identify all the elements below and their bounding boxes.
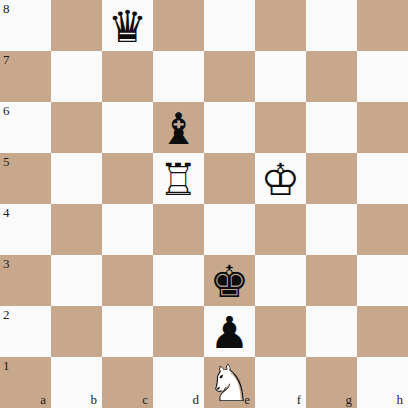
square-f1[interactable]: f — [255, 357, 306, 408]
square-a4[interactable]: 4 — [0, 204, 51, 255]
piece-white-king[interactable]: ♚♔ — [255, 153, 306, 204]
square-e6[interactable] — [204, 102, 255, 153]
rank-label-7: 7 — [3, 53, 10, 66]
square-e4[interactable] — [204, 204, 255, 255]
square-g5[interactable] — [306, 153, 357, 204]
rank-label-5: 5 — [3, 155, 10, 168]
square-e3[interactable]: ♔♚ — [204, 255, 255, 306]
rank-label-4: 4 — [3, 206, 10, 219]
square-f4[interactable] — [255, 204, 306, 255]
square-e1[interactable]: e♞♘ — [204, 357, 255, 408]
square-c7[interactable] — [102, 51, 153, 102]
file-label-c: c — [142, 393, 148, 406]
rook-glyph: ♖ — [153, 153, 204, 204]
square-h4[interactable] — [357, 204, 408, 255]
piece-white-rook[interactable]: ♜♖ — [153, 153, 204, 204]
file-label-g: g — [346, 393, 353, 406]
square-d1[interactable]: d — [153, 357, 204, 408]
square-a7[interactable]: 7 — [0, 51, 51, 102]
square-c4[interactable] — [102, 204, 153, 255]
square-a3[interactable]: 3 — [0, 255, 51, 306]
square-e7[interactable] — [204, 51, 255, 102]
square-d5[interactable]: ♜♖ — [153, 153, 204, 204]
square-d8[interactable] — [153, 0, 204, 51]
square-b4[interactable] — [51, 204, 102, 255]
square-d7[interactable] — [153, 51, 204, 102]
piece-black-bishop[interactable]: ♗♝ — [153, 102, 204, 153]
pawn-glyph: ♟ — [204, 306, 255, 357]
square-g6[interactable] — [306, 102, 357, 153]
square-d3[interactable] — [153, 255, 204, 306]
piece-black-king[interactable]: ♔♚ — [204, 255, 255, 306]
square-g2[interactable] — [306, 306, 357, 357]
square-f3[interactable] — [255, 255, 306, 306]
square-b6[interactable] — [51, 102, 102, 153]
square-f2[interactable] — [255, 306, 306, 357]
square-c8[interactable]: ♕♛ — [102, 0, 153, 51]
file-label-a: a — [40, 393, 46, 406]
square-b3[interactable] — [51, 255, 102, 306]
square-d2[interactable] — [153, 306, 204, 357]
square-b8[interactable] — [51, 0, 102, 51]
square-c5[interactable] — [102, 153, 153, 204]
rank-label-1: 1 — [3, 359, 10, 372]
square-e8[interactable] — [204, 0, 255, 51]
king-glyph: ♚ — [204, 255, 255, 306]
square-g8[interactable] — [306, 0, 357, 51]
rank-label-8: 8 — [3, 2, 10, 15]
square-a5[interactable]: 5 — [0, 153, 51, 204]
square-g4[interactable] — [306, 204, 357, 255]
piece-white-knight[interactable]: ♞♘ — [204, 357, 255, 408]
square-c6[interactable] — [102, 102, 153, 153]
square-d4[interactable] — [153, 204, 204, 255]
square-e2[interactable]: ♙♟ — [204, 306, 255, 357]
square-h1[interactable]: h — [357, 357, 408, 408]
file-label-f: f — [297, 393, 301, 406]
square-c2[interactable] — [102, 306, 153, 357]
square-a8[interactable]: 8 — [0, 0, 51, 51]
square-b5[interactable] — [51, 153, 102, 204]
file-label-d: d — [193, 393, 200, 406]
square-g1[interactable]: g — [306, 357, 357, 408]
piece-black-pawn[interactable]: ♙♟ — [204, 306, 255, 357]
square-h5[interactable] — [357, 153, 408, 204]
square-a2[interactable]: 2 — [0, 306, 51, 357]
square-f7[interactable] — [255, 51, 306, 102]
square-c1[interactable]: c — [102, 357, 153, 408]
bishop-glyph: ♝ — [153, 102, 204, 153]
chess-board: 8♕♛76♗♝5♜♖♚♔43♔♚2♙♟1abcde♞♘fgh — [0, 0, 408, 408]
square-a6[interactable]: 6 — [0, 102, 51, 153]
square-f8[interactable] — [255, 0, 306, 51]
square-f6[interactable] — [255, 102, 306, 153]
square-f5[interactable]: ♚♔ — [255, 153, 306, 204]
queen-glyph: ♛ — [102, 0, 153, 51]
square-g7[interactable] — [306, 51, 357, 102]
square-h2[interactable] — [357, 306, 408, 357]
square-h6[interactable] — [357, 102, 408, 153]
square-b2[interactable] — [51, 306, 102, 357]
file-label-h: h — [397, 393, 404, 406]
knight-glyph: ♘ — [204, 357, 255, 408]
square-h8[interactable] — [357, 0, 408, 51]
rank-label-3: 3 — [3, 257, 10, 270]
king-glyph: ♔ — [255, 153, 306, 204]
file-label-b: b — [91, 393, 98, 406]
square-c3[interactable] — [102, 255, 153, 306]
square-b7[interactable] — [51, 51, 102, 102]
square-d6[interactable]: ♗♝ — [153, 102, 204, 153]
square-a1[interactable]: 1a — [0, 357, 51, 408]
square-h3[interactable] — [357, 255, 408, 306]
piece-black-queen[interactable]: ♕♛ — [102, 0, 153, 51]
square-g3[interactable] — [306, 255, 357, 306]
square-b1[interactable]: b — [51, 357, 102, 408]
rank-label-2: 2 — [3, 308, 10, 321]
square-e5[interactable] — [204, 153, 255, 204]
rank-label-6: 6 — [3, 104, 10, 117]
square-h7[interactable] — [357, 51, 408, 102]
